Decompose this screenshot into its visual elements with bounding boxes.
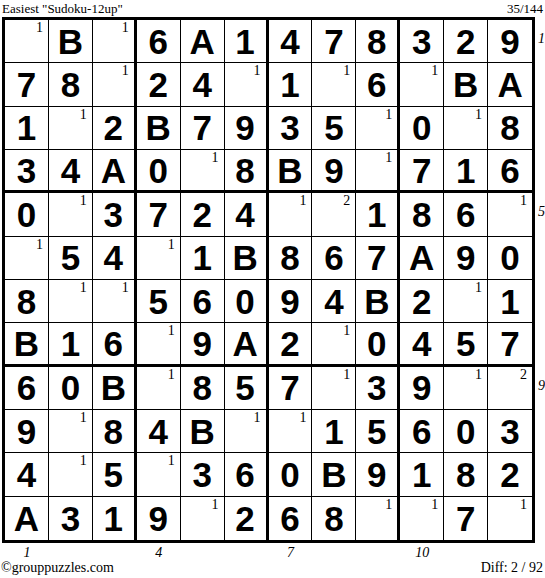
pencil-mark: 1 [168, 237, 175, 252]
cell-r8c2[interactable]: 1 [49, 323, 93, 366]
cell-r10c3[interactable]: 8 [93, 410, 137, 453]
cell-r4c7[interactable]: B [269, 150, 313, 193]
cell-r4c1[interactable]: 3 [5, 150, 49, 193]
cell-r4c10[interactable]: 7 [400, 150, 444, 193]
cell-value: A [232, 326, 257, 361]
cell-r9c12[interactable]: 2 [488, 367, 532, 410]
pencil-mark: 1 [475, 367, 482, 382]
cell-value: B [321, 457, 346, 492]
difficulty-text: Diff: 2 / 92 [481, 560, 543, 576]
cell-value: B [277, 153, 302, 188]
pencil-mark: 1 [431, 63, 438, 78]
cell-r11c3[interactable]: 5 [93, 453, 137, 496]
cell-r12c4[interactable]: 9 [137, 497, 181, 540]
cell-value: 0 [280, 457, 299, 492]
cell-r4c4[interactable]: 0 [137, 150, 181, 193]
cell-r9c2[interactable]: 0 [49, 367, 93, 410]
cell-value: 3 [367, 370, 386, 405]
cell-value: 7 [280, 370, 299, 405]
cell-r4c12[interactable]: 6 [488, 150, 532, 193]
cell-value: 8 [412, 197, 431, 232]
pencil-mark: 1 [475, 280, 482, 295]
cell-value: 3 [104, 197, 123, 232]
cell-value: 1 [456, 153, 475, 188]
cell-r10c6[interactable]: 1 [225, 410, 269, 453]
cell-value: 5 [367, 414, 386, 449]
cell-r6c6[interactable]: B [225, 237, 269, 280]
cell-r11c6[interactable]: 6 [225, 453, 269, 496]
cell-r8c5[interactable]: 9 [181, 323, 225, 366]
pencil-mark: 1 [212, 497, 219, 512]
pencil-mark: 1 [80, 193, 87, 208]
cell-value: 6 [104, 326, 123, 361]
cell-r10c8[interactable]: 1 [312, 410, 356, 453]
cell-value: 2 [235, 501, 254, 536]
cell-value: 2 [192, 197, 211, 232]
cell-value: 1 [104, 501, 123, 536]
cell-r2c8[interactable]: 1 [312, 63, 356, 106]
cell-value: 9 [412, 370, 431, 405]
sudoku-board: 1B16A14783297812411161BA112B7935101834A0… [2, 17, 535, 543]
cell-value: 2 [148, 67, 167, 102]
pencil-mark: 2 [520, 367, 527, 382]
cell-r12c3[interactable]: 1 [93, 497, 137, 540]
cell-r9c1[interactable]: 6 [5, 367, 49, 410]
cell-r3c10[interactable]: 0 [400, 107, 444, 150]
cell-r11c9[interactable]: 9 [356, 453, 400, 496]
cell-r5c11[interactable]: 6 [444, 193, 488, 236]
cell-value: 3 [17, 153, 36, 188]
cell-r3c11[interactable]: 1 [444, 107, 488, 150]
cell-value: 6 [367, 67, 386, 102]
pencil-mark: 1 [36, 20, 43, 35]
cell-value: 8 [500, 110, 519, 145]
cell-r6c3[interactable]: 4 [93, 237, 137, 280]
cell-value: 2 [412, 284, 431, 319]
cell-r11c1[interactable]: 4 [5, 453, 49, 496]
cell-value: 3 [192, 457, 211, 492]
cell-r2c12[interactable]: A [488, 63, 532, 106]
cell-r7c4[interactable]: 5 [137, 280, 181, 323]
cell-r5c4[interactable]: 7 [137, 193, 181, 236]
cell-value: 6 [148, 24, 167, 59]
cell-value: 6 [456, 197, 475, 232]
cell-value: 8 [192, 370, 211, 405]
cell-r11c12[interactable]: 2 [488, 453, 532, 496]
pencil-mark: 1 [299, 410, 306, 425]
cell-value: 9 [235, 110, 254, 145]
cell-r8c6[interactable]: A [225, 323, 269, 366]
cell-value: 8 [280, 240, 299, 275]
cell-value: 6 [192, 284, 211, 319]
cell-r5c3[interactable]: 3 [93, 193, 137, 236]
cell-value: 5 [148, 284, 167, 319]
cell-value: 7 [192, 110, 211, 145]
cell-value: 0 [500, 240, 519, 275]
cell-value: 4 [235, 197, 254, 232]
cell-r7c8[interactable]: 4 [312, 280, 356, 323]
cell-r6c2[interactable]: 5 [49, 237, 93, 280]
pencil-mark: 1 [254, 410, 261, 425]
cell-r11c7[interactable]: 0 [269, 453, 313, 496]
cell-r2c11[interactable]: B [444, 63, 488, 106]
cell-r2c9[interactable]: 6 [356, 63, 400, 106]
pencil-mark: 1 [122, 280, 129, 295]
cell-value: 4 [104, 240, 123, 275]
cell-value: 1 [61, 326, 80, 361]
cell-value: 4 [280, 24, 299, 59]
cell-value: 4 [148, 414, 167, 449]
cell-r1c2[interactable]: B [49, 20, 93, 63]
cell-value: 3 [61, 501, 80, 536]
cell-value: 6 [500, 153, 519, 188]
row-label-1: 1 [538, 32, 545, 46]
cell-r9c7[interactable]: 7 [269, 367, 313, 410]
cell-value: 9 [324, 153, 343, 188]
cell-value: 2 [456, 24, 475, 59]
pencil-mark: 1 [520, 497, 527, 512]
cell-value: 3 [500, 414, 519, 449]
cell-value: 9 [192, 326, 211, 361]
cell-value: 7 [17, 67, 36, 102]
pencil-mark: 1 [385, 107, 392, 122]
cell-r8c12[interactable]: 7 [488, 323, 532, 366]
cell-r1c1[interactable]: 1 [5, 20, 49, 63]
cell-r1c11[interactable]: 2 [444, 20, 488, 63]
cell-r5c1[interactable]: 0 [5, 193, 49, 236]
pencil-mark: 1 [475, 107, 482, 122]
cell-r9c10[interactable]: 9 [400, 367, 444, 410]
cell-r1c4[interactable]: 6 [137, 20, 181, 63]
cell-r7c2[interactable]: 1 [49, 280, 93, 323]
cell-value: A [189, 24, 214, 59]
pencil-mark: 1 [122, 63, 129, 78]
pencil-mark: 1 [80, 280, 87, 295]
cell-r5c9[interactable]: 1 [356, 193, 400, 236]
cell-r1c5[interactable]: A [181, 20, 225, 63]
cell-r4c9[interactable]: 1 [356, 150, 400, 193]
cell-r8c9[interactable]: 0 [356, 323, 400, 366]
cell-r9c5[interactable]: 8 [181, 367, 225, 410]
cell-r2c7[interactable]: 1 [269, 63, 313, 106]
cell-r12c8[interactable]: 8 [312, 497, 356, 540]
cell-r12c2[interactable]: 3 [49, 497, 93, 540]
cell-r3c3[interactable]: 2 [93, 107, 137, 150]
pencil-mark: 1 [254, 63, 261, 78]
cell-r4c6[interactable]: 8 [225, 150, 269, 193]
cell-value: 8 [17, 284, 36, 319]
cell-r6c10[interactable]: A [400, 237, 444, 280]
cell-r3c8[interactable]: 5 [312, 107, 356, 150]
pencil-mark: 1 [343, 323, 350, 338]
column-label-7: 7 [280, 546, 300, 560]
cell-value: 0 [367, 326, 386, 361]
pencil-mark: 1 [168, 323, 175, 338]
column-label-4: 4 [149, 546, 169, 560]
cell-value: 0 [17, 197, 36, 232]
cell-value: 6 [412, 414, 431, 449]
cell-value: 6 [235, 457, 254, 492]
cell-r1c8[interactable]: 7 [312, 20, 356, 63]
cell-r1c10[interactable]: 3 [400, 20, 444, 63]
cell-value: 5 [61, 240, 80, 275]
cell-r3c9[interactable]: 1 [356, 107, 400, 150]
cell-value: 9 [17, 414, 36, 449]
cell-value: A [101, 153, 126, 188]
cell-r12c5[interactable]: 1 [181, 497, 225, 540]
empty-cell-counter: 35/144 [507, 1, 543, 17]
cell-r4c3[interactable]: A [93, 150, 137, 193]
cell-r2c3[interactable]: 1 [93, 63, 137, 106]
cell-r1c7[interactable]: 4 [269, 20, 313, 63]
cell-r5c5[interactable]: 2 [181, 193, 225, 236]
cell-r11c5[interactable]: 3 [181, 453, 225, 496]
cell-r9c4[interactable]: 1 [137, 367, 181, 410]
cell-r11c2[interactable]: 1 [49, 453, 93, 496]
cell-r5c12[interactable]: 1 [488, 193, 532, 236]
cell-r5c8[interactable]: 2 [312, 193, 356, 236]
cell-r3c6[interactable]: 9 [225, 107, 269, 150]
cell-r2c2[interactable]: 8 [49, 63, 93, 106]
cell-value: A [14, 501, 39, 536]
cell-r3c5[interactable]: 7 [181, 107, 225, 150]
cell-r1c9[interactable]: 8 [356, 20, 400, 63]
cell-value: 8 [235, 153, 254, 188]
cell-r9c11[interactable]: 1 [444, 367, 488, 410]
cell-value: 7 [367, 240, 386, 275]
pencil-mark: 1 [343, 367, 350, 382]
pencil-mark: 1 [385, 497, 392, 512]
cell-r10c10[interactable]: 6 [400, 410, 444, 453]
pencil-mark: 1 [168, 367, 175, 382]
cell-r3c1[interactable]: 1 [5, 107, 49, 150]
cell-r12c7[interactable]: 6 [269, 497, 313, 540]
cell-r6c12[interactable]: 0 [488, 237, 532, 280]
cell-r10c2[interactable]: 1 [49, 410, 93, 453]
cell-value: 4 [192, 67, 211, 102]
cell-r7c11[interactable]: 1 [444, 280, 488, 323]
cell-r4c2[interactable]: 4 [49, 150, 93, 193]
cell-value: 9 [280, 284, 299, 319]
cell-r11c10[interactable]: 1 [400, 453, 444, 496]
cell-r1c12[interactable]: 9 [488, 20, 532, 63]
cell-value: 9 [456, 240, 475, 275]
cell-r6c7[interactable]: 8 [269, 237, 313, 280]
cell-r10c7[interactable]: 1 [269, 410, 313, 453]
cell-r5c10[interactable]: 8 [400, 193, 444, 236]
cell-r10c4[interactable]: 4 [137, 410, 181, 453]
cell-value: 3 [412, 24, 431, 59]
pencil-mark: 1 [80, 410, 87, 425]
cell-r6c9[interactable]: 7 [356, 237, 400, 280]
cell-value: 4 [17, 457, 36, 492]
pencil-mark: 1 [80, 107, 87, 122]
cell-value: A [497, 67, 522, 102]
cell-value: 0 [148, 153, 167, 188]
cell-value: 1 [367, 197, 386, 232]
cell-value: 8 [367, 24, 386, 59]
cell-value: B [232, 240, 257, 275]
puzzle-title: Easiest "Sudoku-12up" [2, 1, 123, 17]
cell-r7c10[interactable]: 2 [400, 280, 444, 323]
cell-value: 1 [17, 110, 36, 145]
cell-r4c8[interactable]: 9 [312, 150, 356, 193]
cell-r8c1[interactable]: B [5, 323, 49, 366]
pencil-mark: 1 [212, 150, 219, 165]
pencil-mark: 2 [343, 193, 350, 208]
cell-r6c5[interactable]: 1 [181, 237, 225, 280]
cell-r9c9[interactable]: 3 [356, 367, 400, 410]
pencil-mark: 1 [36, 237, 43, 252]
cell-r7c9[interactable]: B [356, 280, 400, 323]
cell-r1c3[interactable]: 1 [93, 20, 137, 63]
cell-r10c5[interactable]: B [181, 410, 225, 453]
cell-r8c11[interactable]: 5 [444, 323, 488, 366]
cell-r8c8[interactable]: 1 [312, 323, 356, 366]
cell-value: 4 [412, 326, 431, 361]
cell-value: 9 [148, 501, 167, 536]
cell-r8c3[interactable]: 6 [93, 323, 137, 366]
cell-r10c12[interactable]: 3 [488, 410, 532, 453]
cell-r8c10[interactable]: 4 [400, 323, 444, 366]
cell-r12c11[interactable]: 7 [444, 497, 488, 540]
cell-r12c6[interactable]: 2 [225, 497, 269, 540]
cell-value: 5 [104, 457, 123, 492]
cell-r2c4[interactable]: 2 [137, 63, 181, 106]
cell-value: B [14, 326, 39, 361]
cell-value: 0 [456, 414, 475, 449]
cell-value: 1 [192, 240, 211, 275]
cell-r10c11[interactable]: 0 [444, 410, 488, 453]
cell-r9c3[interactable]: B [93, 367, 137, 410]
pencil-mark: 1 [122, 20, 129, 35]
cell-value: 1 [324, 414, 343, 449]
cell-r6c1[interactable]: 1 [5, 237, 49, 280]
cell-r11c8[interactable]: B [312, 453, 356, 496]
cell-r12c12[interactable]: 1 [488, 497, 532, 540]
pencil-mark: 1 [385, 150, 392, 165]
sudoku-page: Easiest "Sudoku-12up" 35/144 1B16A147832… [0, 0, 545, 578]
cell-r6c4[interactable]: 1 [137, 237, 181, 280]
cell-r6c8[interactable]: 6 [312, 237, 356, 280]
cell-r3c4[interactable]: B [137, 107, 181, 150]
cell-value: 1 [280, 67, 299, 102]
cell-value: 8 [324, 501, 343, 536]
cell-r5c6[interactable]: 4 [225, 193, 269, 236]
pencil-mark: 1 [431, 497, 438, 512]
cell-r7c5[interactable]: 6 [181, 280, 225, 323]
column-label-10: 10 [412, 546, 432, 560]
pencil-mark: 1 [80, 453, 87, 468]
cell-r10c9[interactable]: 5 [356, 410, 400, 453]
cell-r1c6[interactable]: 1 [225, 20, 269, 63]
cell-value: B [146, 110, 171, 145]
cell-value: 9 [367, 457, 386, 492]
cell-value: 6 [17, 370, 36, 405]
cell-value: 8 [456, 457, 475, 492]
cell-r2c5[interactable]: 4 [181, 63, 225, 106]
cell-r11c4[interactable]: 1 [137, 453, 181, 496]
cell-value: 2 [280, 326, 299, 361]
cell-value: 7 [324, 24, 343, 59]
cell-value: B [453, 67, 478, 102]
cell-r12c1[interactable]: A [5, 497, 49, 540]
row-label-9: 9 [538, 379, 545, 393]
cell-r7c1[interactable]: 8 [5, 280, 49, 323]
cell-value: B [101, 370, 126, 405]
cell-value: B [189, 414, 214, 449]
cell-r9c8[interactable]: 1 [312, 367, 356, 410]
cell-value: 0 [412, 110, 431, 145]
cell-value: 7 [500, 326, 519, 361]
cell-r12c10[interactable]: 1 [400, 497, 444, 540]
cell-r7c12[interactable]: 1 [488, 280, 532, 323]
cell-value: 7 [412, 153, 431, 188]
cell-value: B [364, 284, 389, 319]
cell-value: 1 [235, 24, 254, 59]
cell-value: 3 [280, 110, 299, 145]
cell-value: 2 [500, 457, 519, 492]
cell-value: 6 [280, 501, 299, 536]
cell-r2c1[interactable]: 7 [5, 63, 49, 106]
cell-value: 8 [61, 67, 80, 102]
cell-value: 7 [148, 197, 167, 232]
cell-r7c6[interactable]: 0 [225, 280, 269, 323]
cell-r2c10[interactable]: 1 [400, 63, 444, 106]
row-label-5: 5 [538, 205, 545, 219]
cell-value: 9 [500, 24, 519, 59]
cell-r8c4[interactable]: 1 [137, 323, 181, 366]
column-label-1: 1 [17, 546, 37, 560]
cell-value: 4 [61, 153, 80, 188]
cell-r4c5[interactable]: 1 [181, 150, 225, 193]
cell-r10c1[interactable]: 9 [5, 410, 49, 453]
cell-r2c6[interactable]: 1 [225, 63, 269, 106]
cell-value: 0 [61, 370, 80, 405]
cell-value: 0 [235, 284, 254, 319]
cell-value: 7 [456, 501, 475, 536]
cell-value: B [58, 24, 83, 59]
pencil-mark: 1 [343, 63, 350, 78]
cell-r6c11[interactable]: 9 [444, 237, 488, 280]
cell-r3c2[interactable]: 1 [49, 107, 93, 150]
cell-r5c2[interactable]: 1 [49, 193, 93, 236]
cell-value: 1 [500, 284, 519, 319]
cell-r3c12[interactable]: 8 [488, 107, 532, 150]
cell-r5c7[interactable]: 1 [269, 193, 313, 236]
cell-value: 4 [324, 284, 343, 319]
cell-value: 5 [324, 110, 343, 145]
cell-value: 2 [104, 110, 123, 145]
cell-value: A [409, 240, 434, 275]
cell-value: 8 [104, 414, 123, 449]
cell-r12c9[interactable]: 1 [356, 497, 400, 540]
cell-r7c3[interactable]: 1 [93, 280, 137, 323]
cell-r9c6[interactable]: 5 [225, 367, 269, 410]
cell-value: 5 [235, 370, 254, 405]
cell-r11c11[interactable]: 8 [444, 453, 488, 496]
cell-r8c7[interactable]: 2 [269, 323, 313, 366]
cell-value: 1 [412, 457, 431, 492]
copyright-text: ©grouppuzzles.com [1, 560, 114, 576]
pencil-mark: 1 [168, 453, 175, 468]
pencil-mark: 1 [520, 193, 527, 208]
cell-r7c7[interactable]: 9 [269, 280, 313, 323]
cell-r4c11[interactable]: 1 [444, 150, 488, 193]
cell-r3c7[interactable]: 3 [269, 107, 313, 150]
pencil-mark: 1 [299, 193, 306, 208]
cell-value: 6 [324, 240, 343, 275]
